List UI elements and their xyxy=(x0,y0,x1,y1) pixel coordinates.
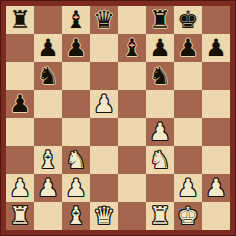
square-a4[interactable] xyxy=(6,118,34,146)
white-pawn[interactable]: ♟ xyxy=(6,174,34,202)
square-h4[interactable] xyxy=(202,118,230,146)
square-e1[interactable] xyxy=(118,202,146,230)
white-rook[interactable]: ♜ xyxy=(6,202,34,230)
square-b3[interactable]: ♝ xyxy=(34,146,62,174)
square-b8[interactable] xyxy=(34,6,62,34)
black-pawn[interactable]: ♟ xyxy=(62,34,90,62)
black-king[interactable]: ♚ xyxy=(174,6,202,34)
square-c6[interactable] xyxy=(62,62,90,90)
square-d5[interactable]: ♟ xyxy=(90,90,118,118)
square-e6[interactable] xyxy=(118,62,146,90)
square-a3[interactable] xyxy=(6,146,34,174)
black-queen[interactable]: ♛ xyxy=(90,6,118,34)
square-h3[interactable] xyxy=(202,146,230,174)
square-a6[interactable] xyxy=(6,62,34,90)
white-pawn[interactable]: ♟ xyxy=(202,174,230,202)
square-h5[interactable] xyxy=(202,90,230,118)
square-a5[interactable]: ♟ xyxy=(6,90,34,118)
white-rook[interactable]: ♜ xyxy=(146,202,174,230)
black-pawn[interactable]: ♟ xyxy=(34,34,62,62)
square-b4[interactable] xyxy=(34,118,62,146)
square-f2[interactable] xyxy=(146,174,174,202)
square-b2[interactable]: ♟ xyxy=(34,174,62,202)
white-bishop[interactable]: ♝ xyxy=(34,146,62,174)
square-g3[interactable] xyxy=(174,146,202,174)
white-pawn[interactable]: ♟ xyxy=(90,90,118,118)
black-pawn[interactable]: ♟ xyxy=(6,90,34,118)
square-f8[interactable]: ♜ xyxy=(146,6,174,34)
black-knight[interactable]: ♞ xyxy=(34,62,62,90)
square-e4[interactable] xyxy=(118,118,146,146)
square-g5[interactable] xyxy=(174,90,202,118)
square-e3[interactable] xyxy=(118,146,146,174)
square-b1[interactable] xyxy=(34,202,62,230)
square-g1[interactable]: ♚ xyxy=(174,202,202,230)
square-e2[interactable] xyxy=(118,174,146,202)
square-c8[interactable]: ♝ xyxy=(62,6,90,34)
square-d3[interactable] xyxy=(90,146,118,174)
black-bishop[interactable]: ♝ xyxy=(118,34,146,62)
chess-board-frame: ♜♝♛♜♚♟♟♝♟♟♟♞♞♟♟♟♝♞♞♟♟♟♟♟♜♝♛♜♚ xyxy=(0,0,236,236)
square-b5[interactable] xyxy=(34,90,62,118)
square-g6[interactable] xyxy=(174,62,202,90)
square-d8[interactable]: ♛ xyxy=(90,6,118,34)
square-e5[interactable] xyxy=(118,90,146,118)
white-pawn[interactable]: ♟ xyxy=(146,118,174,146)
square-c3[interactable]: ♞ xyxy=(62,146,90,174)
square-d6[interactable] xyxy=(90,62,118,90)
chess-board: ♜♝♛♜♚♟♟♝♟♟♟♞♞♟♟♟♝♞♞♟♟♟♟♟♜♝♛♜♚ xyxy=(6,6,230,230)
square-d2[interactable] xyxy=(90,174,118,202)
square-b7[interactable]: ♟ xyxy=(34,34,62,62)
square-g7[interactable]: ♟ xyxy=(174,34,202,62)
square-c7[interactable]: ♟ xyxy=(62,34,90,62)
square-a2[interactable]: ♟ xyxy=(6,174,34,202)
square-a1[interactable]: ♜ xyxy=(6,202,34,230)
white-king[interactable]: ♚ xyxy=(174,202,202,230)
square-f7[interactable]: ♟ xyxy=(146,34,174,62)
square-f1[interactable]: ♜ xyxy=(146,202,174,230)
square-f5[interactable] xyxy=(146,90,174,118)
square-h7[interactable]: ♟ xyxy=(202,34,230,62)
black-bishop[interactable]: ♝ xyxy=(62,6,90,34)
white-queen[interactable]: ♛ xyxy=(90,202,118,230)
black-pawn[interactable]: ♟ xyxy=(202,34,230,62)
square-c5[interactable] xyxy=(62,90,90,118)
black-pawn[interactable]: ♟ xyxy=(146,34,174,62)
square-g8[interactable]: ♚ xyxy=(174,6,202,34)
white-pawn[interactable]: ♟ xyxy=(174,174,202,202)
square-e8[interactable] xyxy=(118,6,146,34)
square-e7[interactable]: ♝ xyxy=(118,34,146,62)
black-rook[interactable]: ♜ xyxy=(6,6,34,34)
square-g4[interactable] xyxy=(174,118,202,146)
square-h6[interactable] xyxy=(202,62,230,90)
square-a8[interactable]: ♜ xyxy=(6,6,34,34)
square-d7[interactable] xyxy=(90,34,118,62)
square-d1[interactable]: ♛ xyxy=(90,202,118,230)
square-h8[interactable] xyxy=(202,6,230,34)
square-d4[interactable] xyxy=(90,118,118,146)
square-a7[interactable] xyxy=(6,34,34,62)
white-knight[interactable]: ♞ xyxy=(146,146,174,174)
square-h1[interactable] xyxy=(202,202,230,230)
black-rook[interactable]: ♜ xyxy=(146,6,174,34)
square-f4[interactable]: ♟ xyxy=(146,118,174,146)
square-f3[interactable]: ♞ xyxy=(146,146,174,174)
white-pawn[interactable]: ♟ xyxy=(34,174,62,202)
black-knight[interactable]: ♞ xyxy=(146,62,174,90)
square-c2[interactable]: ♟ xyxy=(62,174,90,202)
square-h2[interactable]: ♟ xyxy=(202,174,230,202)
square-c1[interactable]: ♝ xyxy=(62,202,90,230)
square-b6[interactable]: ♞ xyxy=(34,62,62,90)
white-knight[interactable]: ♞ xyxy=(62,146,90,174)
square-g2[interactable]: ♟ xyxy=(174,174,202,202)
black-pawn[interactable]: ♟ xyxy=(174,34,202,62)
square-c4[interactable] xyxy=(62,118,90,146)
white-pawn[interactable]: ♟ xyxy=(62,174,90,202)
square-f6[interactable]: ♞ xyxy=(146,62,174,90)
white-bishop[interactable]: ♝ xyxy=(62,202,90,230)
